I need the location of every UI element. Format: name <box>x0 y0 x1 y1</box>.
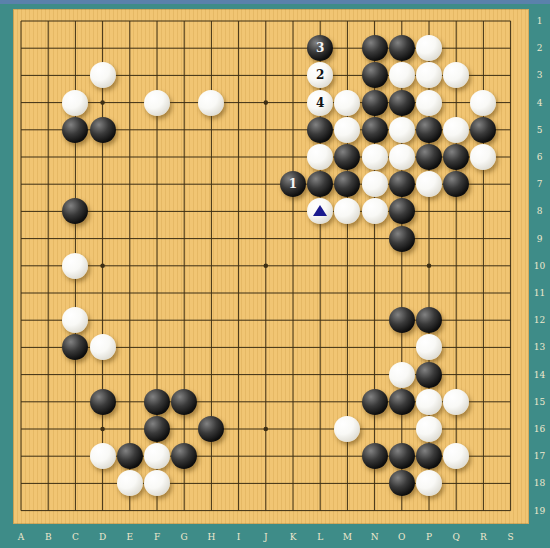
row-label-14: 14 <box>530 368 549 382</box>
row-label-16: 16 <box>530 422 549 436</box>
stone-white-F17 <box>144 443 170 469</box>
stone-black-N5 <box>362 117 388 143</box>
star-point-D10 <box>100 264 105 269</box>
stone-black-O4 <box>389 90 415 116</box>
row-label-18: 18 <box>530 476 549 490</box>
stone-black-F16 <box>144 416 170 442</box>
stone-white-E18 <box>117 470 143 496</box>
stone-white-O3 <box>389 62 415 88</box>
column-label-H: H <box>201 530 221 544</box>
stone-white-L6 <box>307 144 333 170</box>
column-label-L: L <box>310 530 330 544</box>
stone-black-O8 <box>389 198 415 224</box>
column-label-S: S <box>501 530 521 544</box>
row-label-5: 5 <box>530 123 549 137</box>
column-label-I: I <box>229 530 249 544</box>
stone-white-P15 <box>416 389 442 415</box>
stone-black-N2 <box>362 35 388 61</box>
stone-white-O5 <box>389 117 415 143</box>
stone-black-P12 <box>416 307 442 333</box>
row-label-19: 19 <box>530 504 549 518</box>
stone-black-O7 <box>389 171 415 197</box>
window-top-strip <box>0 0 550 4</box>
stone-white-M4 <box>334 90 360 116</box>
stone-black-O2 <box>389 35 415 61</box>
stone-black-P5 <box>416 117 442 143</box>
stone-black-N17 <box>362 443 388 469</box>
row-label-2: 2 <box>530 41 549 55</box>
stone-black-F15 <box>144 389 170 415</box>
column-label-N: N <box>365 530 385 544</box>
row-label-9: 9 <box>530 232 549 246</box>
stone-white-D3 <box>90 62 116 88</box>
column-label-E: E <box>120 530 140 544</box>
column-label-K: K <box>283 530 303 544</box>
stone-black-N15 <box>362 389 388 415</box>
stone-black-O18 <box>389 470 415 496</box>
row-label-8: 8 <box>530 204 549 218</box>
column-label-P: P <box>419 530 439 544</box>
stone-black-O9 <box>389 226 415 252</box>
stone-white-H4 <box>198 90 224 116</box>
stone-white-N8 <box>362 198 388 224</box>
row-label-13: 13 <box>530 340 549 354</box>
stone-black-N3 <box>362 62 388 88</box>
stone-black-G15 <box>171 389 197 415</box>
stone-black-L5 <box>307 117 333 143</box>
row-label-7: 7 <box>530 177 549 191</box>
stone-white-L4: 4 <box>307 90 333 116</box>
stone-white-R4 <box>470 90 496 116</box>
stone-white-N6 <box>362 144 388 170</box>
stone-white-P2 <box>416 35 442 61</box>
stone-white-N7 <box>362 171 388 197</box>
stone-black-O12 <box>389 307 415 333</box>
row-label-6: 6 <box>530 150 549 164</box>
stone-black-O17 <box>389 443 415 469</box>
go-board[interactable]: 3241 <box>13 9 529 524</box>
move-number-label-3: 3 <box>316 42 324 54</box>
column-label-B: B <box>38 530 58 544</box>
star-point-D16 <box>100 427 105 432</box>
move-number-label-2: 2 <box>316 69 324 81</box>
stone-black-D15 <box>90 389 116 415</box>
column-label-D: D <box>93 530 113 544</box>
triangle-marker <box>313 205 327 216</box>
stone-black-P14 <box>416 362 442 388</box>
row-label-15: 15 <box>530 395 549 409</box>
stone-white-D17 <box>90 443 116 469</box>
star-point-D4 <box>100 100 105 105</box>
stone-white-P4 <box>416 90 442 116</box>
stone-black-N4 <box>362 90 388 116</box>
star-point-J10 <box>264 264 269 269</box>
stone-white-C4 <box>62 90 88 116</box>
stone-white-O14 <box>389 362 415 388</box>
stone-white-P16 <box>416 416 442 442</box>
column-label-A: A <box>11 530 31 544</box>
stone-white-Q5 <box>443 117 469 143</box>
stone-black-E17 <box>117 443 143 469</box>
star-point-P10 <box>427 264 432 269</box>
column-label-M: M <box>337 530 357 544</box>
row-label-17: 17 <box>530 449 549 463</box>
row-label-4: 4 <box>530 96 549 110</box>
stone-white-Q15 <box>443 389 469 415</box>
move-number-label-4: 4 <box>316 97 324 109</box>
row-label-3: 3 <box>530 68 549 82</box>
move-number-label-1: 1 <box>289 178 297 190</box>
go-board-window: 3241 ABCDEFGHIJKLMNOPQRS 123456789101112… <box>0 0 550 548</box>
stone-white-P7 <box>416 171 442 197</box>
stone-black-Q6 <box>443 144 469 170</box>
stone-white-F4 <box>144 90 170 116</box>
stone-white-M5 <box>334 117 360 143</box>
column-label-G: G <box>174 530 194 544</box>
stone-black-K7: 1 <box>280 171 306 197</box>
row-label-12: 12 <box>530 313 549 327</box>
column-label-O: O <box>392 530 412 544</box>
stone-black-P6 <box>416 144 442 170</box>
column-label-F: F <box>147 530 167 544</box>
column-label-Q: Q <box>446 530 466 544</box>
star-point-J16 <box>264 427 269 432</box>
stone-black-R5 <box>470 117 496 143</box>
stone-white-C10 <box>62 253 88 279</box>
column-label-C: C <box>65 530 85 544</box>
column-label-R: R <box>473 530 493 544</box>
stone-white-O6 <box>389 144 415 170</box>
stone-black-D5 <box>90 117 116 143</box>
row-label-10: 10 <box>530 259 549 273</box>
row-label-1: 1 <box>530 14 549 28</box>
stone-black-C5 <box>62 117 88 143</box>
column-label-J: J <box>256 530 276 544</box>
row-label-11: 11 <box>530 286 549 300</box>
stone-white-D13 <box>90 334 116 360</box>
stone-black-O15 <box>389 389 415 415</box>
stone-black-P17 <box>416 443 442 469</box>
star-point-J4 <box>264 100 269 105</box>
